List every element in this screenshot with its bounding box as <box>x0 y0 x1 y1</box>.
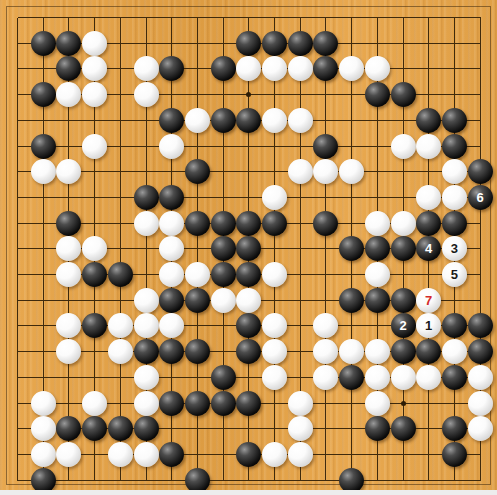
stone-black[interactable] <box>211 56 236 81</box>
stone-white[interactable] <box>185 108 210 133</box>
stone-black[interactable] <box>442 108 467 133</box>
stone-white[interactable] <box>288 442 313 467</box>
stone-black[interactable] <box>442 134 467 159</box>
move-number-label: 2 <box>399 319 406 332</box>
stone-white[interactable] <box>134 365 159 390</box>
go-board[interactable]: 6435721 <box>0 0 497 490</box>
stone-black[interactable] <box>108 262 133 287</box>
stone-white[interactable] <box>134 211 159 236</box>
stone-black[interactable] <box>159 108 184 133</box>
stone-black[interactable] <box>211 211 236 236</box>
stone-white[interactable] <box>288 391 313 416</box>
stone-white[interactable] <box>288 416 313 441</box>
stone-white[interactable] <box>159 211 184 236</box>
stone-black[interactable] <box>262 31 287 56</box>
grid-line-horizontal <box>18 17 482 18</box>
stone-black[interactable] <box>185 159 210 184</box>
stone-white[interactable] <box>365 339 390 364</box>
stone-white[interactable] <box>134 442 159 467</box>
stone-white[interactable] <box>31 391 56 416</box>
stone-white[interactable] <box>262 442 287 467</box>
stone-white[interactable] <box>442 159 467 184</box>
stone-black[interactable] <box>365 288 390 313</box>
stone-black[interactable] <box>236 108 261 133</box>
stone-black[interactable] <box>468 159 493 184</box>
stone-white[interactable] <box>468 365 493 390</box>
move-number-label: 1 <box>425 319 432 332</box>
stone-white[interactable] <box>288 159 313 184</box>
stone-white[interactable] <box>134 313 159 338</box>
stone-white[interactable] <box>416 134 441 159</box>
stone-black-move-2[interactable]: 2 <box>391 313 416 338</box>
stone-black[interactable] <box>159 288 184 313</box>
stone-black[interactable] <box>391 82 416 107</box>
stone-black[interactable] <box>442 211 467 236</box>
stone-black[interactable] <box>185 468 210 493</box>
grid-line-horizontal <box>18 171 482 172</box>
grid-line-vertical <box>325 18 326 482</box>
stone-white[interactable] <box>134 391 159 416</box>
star-point <box>401 401 406 406</box>
stone-white[interactable] <box>108 442 133 467</box>
grid-line-horizontal <box>18 480 482 481</box>
move-number-label: 4 <box>425 242 432 255</box>
stone-black[interactable] <box>134 185 159 210</box>
stone-black[interactable] <box>288 31 313 56</box>
grid-line-vertical <box>120 18 121 482</box>
stone-white[interactable] <box>31 416 56 441</box>
stone-white[interactable] <box>82 31 107 56</box>
stone-white[interactable] <box>391 134 416 159</box>
stone-white[interactable] <box>159 134 184 159</box>
grid-line-horizontal <box>18 197 482 198</box>
stone-black[interactable] <box>365 82 390 107</box>
stone-black[interactable] <box>262 211 287 236</box>
stone-white[interactable] <box>468 391 493 416</box>
stone-black[interactable] <box>313 31 338 56</box>
stone-black-move-6[interactable]: 6 <box>468 185 493 210</box>
stone-black[interactable] <box>185 339 210 364</box>
stone-white[interactable] <box>134 288 159 313</box>
stone-black[interactable] <box>365 236 390 261</box>
grid-line-vertical <box>274 18 275 482</box>
stone-white[interactable] <box>134 82 159 107</box>
stone-white[interactable] <box>262 108 287 133</box>
stone-white[interactable] <box>468 416 493 441</box>
window-background-strip <box>0 490 497 495</box>
stone-black[interactable] <box>108 416 133 441</box>
stone-white[interactable] <box>442 339 467 364</box>
stone-black[interactable] <box>211 108 236 133</box>
stone-black[interactable] <box>442 416 467 441</box>
stone-white[interactable] <box>262 185 287 210</box>
stone-black[interactable] <box>31 82 56 107</box>
stone-white[interactable] <box>31 159 56 184</box>
stone-black[interactable] <box>56 211 81 236</box>
stone-black[interactable] <box>236 211 261 236</box>
stone-white-move-5[interactable]: 5 <box>442 262 467 287</box>
stone-white[interactable] <box>391 365 416 390</box>
stone-black[interactable] <box>185 288 210 313</box>
stone-white[interactable] <box>211 288 236 313</box>
stone-black[interactable] <box>313 211 338 236</box>
stone-white[interactable] <box>391 211 416 236</box>
stone-white[interactable] <box>365 365 390 390</box>
move-number-label: 5 <box>451 268 458 281</box>
stone-black[interactable] <box>211 262 236 287</box>
stone-white[interactable] <box>365 262 390 287</box>
stone-white[interactable] <box>262 262 287 287</box>
stone-white[interactable] <box>442 185 467 210</box>
stone-white[interactable] <box>108 339 133 364</box>
stone-white[interactable] <box>185 262 210 287</box>
stone-black[interactable] <box>31 31 56 56</box>
stone-black[interactable] <box>339 365 364 390</box>
stone-white[interactable] <box>82 391 107 416</box>
stone-black[interactable] <box>313 134 338 159</box>
stone-white-move-7[interactable]: 7 <box>416 288 441 313</box>
grid-line-vertical <box>17 18 18 482</box>
stone-black[interactable] <box>416 211 441 236</box>
stone-black[interactable] <box>159 391 184 416</box>
move-number-label: 7 <box>425 294 432 307</box>
stone-black[interactable] <box>134 416 159 441</box>
stone-black[interactable] <box>211 365 236 390</box>
stone-black[interactable] <box>442 365 467 390</box>
stone-black[interactable] <box>468 339 493 364</box>
stone-white[interactable] <box>365 211 390 236</box>
stone-black[interactable] <box>416 108 441 133</box>
stone-black[interactable] <box>339 468 364 493</box>
stone-black[interactable] <box>442 442 467 467</box>
stone-white[interactable] <box>262 365 287 390</box>
stone-black[interactable] <box>159 185 184 210</box>
stone-black[interactable] <box>365 416 390 441</box>
stone-white[interactable] <box>288 56 313 81</box>
stone-white[interactable] <box>82 134 107 159</box>
stone-black[interactable] <box>236 391 261 416</box>
move-number-label: 3 <box>451 242 458 255</box>
stone-white[interactable] <box>262 339 287 364</box>
stone-black[interactable] <box>339 288 364 313</box>
stone-black[interactable] <box>185 211 210 236</box>
stone-black[interactable] <box>211 391 236 416</box>
stone-white[interactable] <box>236 288 261 313</box>
stone-black[interactable] <box>211 236 236 261</box>
stone-black[interactable] <box>391 416 416 441</box>
stone-white[interactable] <box>288 108 313 133</box>
stone-black[interactable] <box>391 339 416 364</box>
stone-white[interactable] <box>31 442 56 467</box>
stone-black[interactable] <box>185 391 210 416</box>
stone-white[interactable] <box>416 365 441 390</box>
stone-black[interactable] <box>31 134 56 159</box>
move-number-label: 6 <box>476 191 483 204</box>
stone-black[interactable] <box>134 339 159 364</box>
stone-black[interactable] <box>468 313 493 338</box>
go-game-screenshot: 6435721 <box>0 0 497 495</box>
stone-white[interactable] <box>365 391 390 416</box>
stone-black[interactable] <box>391 288 416 313</box>
stone-black[interactable] <box>31 468 56 493</box>
stone-black[interactable] <box>82 262 107 287</box>
stone-black[interactable] <box>391 236 416 261</box>
stone-black[interactable] <box>56 31 81 56</box>
stone-black[interactable] <box>159 442 184 467</box>
stone-black[interactable] <box>236 31 261 56</box>
stone-white[interactable] <box>416 185 441 210</box>
stone-white[interactable] <box>134 56 159 81</box>
